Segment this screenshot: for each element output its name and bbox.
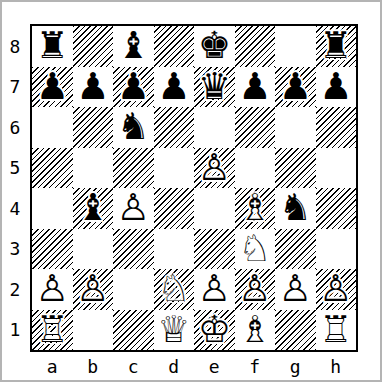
square-b7[interactable]: ♟ xyxy=(73,67,114,108)
square-h5[interactable] xyxy=(316,148,357,189)
square-e3[interactable] xyxy=(194,229,235,270)
square-d6[interactable] xyxy=(154,107,195,148)
piece-white-bishop-f1[interactable]: ♗ xyxy=(238,310,271,351)
square-h7[interactable]: ♟ xyxy=(316,67,357,108)
piece-black-pawn-d7[interactable]: ♟ xyxy=(157,67,190,108)
square-h4[interactable] xyxy=(316,188,357,229)
piece-white-pawn-g2[interactable]: ♙ xyxy=(279,269,312,310)
square-b5[interactable] xyxy=(73,148,114,189)
piece-white-pawn-e2[interactable]: ♙ xyxy=(198,269,231,310)
piece-white-pawn-f2[interactable]: ♙ xyxy=(238,269,271,310)
square-a2[interactable]: ♙ xyxy=(32,269,73,310)
file-label-f: f xyxy=(235,355,276,381)
square-f5[interactable] xyxy=(235,148,276,189)
square-c6[interactable]: ♞ xyxy=(113,107,154,148)
square-h1[interactable]: ♖ xyxy=(316,310,357,351)
square-d1[interactable]: ♕ xyxy=(154,310,195,351)
square-e1[interactable]: ♔ xyxy=(194,310,235,351)
square-g2[interactable]: ♙ xyxy=(275,269,316,310)
piece-black-knight-c6[interactable]: ♞ xyxy=(117,107,150,148)
square-b1[interactable] xyxy=(73,310,114,351)
square-d2[interactable]: ♘ xyxy=(154,269,195,310)
piece-black-pawn-b7[interactable]: ♟ xyxy=(76,67,109,108)
piece-black-king-e8[interactable]: ♚ xyxy=(198,26,231,67)
square-e8[interactable]: ♚ xyxy=(194,26,235,67)
square-d4[interactable] xyxy=(154,188,195,229)
square-g7[interactable]: ♟ xyxy=(275,67,316,108)
piece-black-pawn-c7[interactable]: ♟ xyxy=(117,67,150,108)
piece-black-pawn-f7[interactable]: ♟ xyxy=(238,67,271,108)
square-f6[interactable] xyxy=(235,107,276,148)
square-d7[interactable]: ♟ xyxy=(154,67,195,108)
rank-labels: 87654321 xyxy=(2,26,28,350)
square-f8[interactable] xyxy=(235,26,276,67)
square-b2[interactable]: ♙ xyxy=(73,269,114,310)
square-g4[interactable]: ♞ xyxy=(275,188,316,229)
chess-board: ♜♝♚♜♟♟♟♟♛♟♟♟♞♙♝♙♗♞♘♙♙♘♙♙♙♙♖♕♔♗♖ xyxy=(30,24,358,352)
piece-black-pawn-a7[interactable]: ♟ xyxy=(36,67,69,108)
piece-white-pawn-a2[interactable]: ♙ xyxy=(36,269,69,310)
square-g1[interactable] xyxy=(275,310,316,351)
piece-white-king-e1[interactable]: ♔ xyxy=(198,310,231,351)
square-b8[interactable] xyxy=(73,26,114,67)
square-a8[interactable]: ♜ xyxy=(32,26,73,67)
square-g3[interactable] xyxy=(275,229,316,270)
square-h3[interactable] xyxy=(316,229,357,270)
piece-white-pawn-c4[interactable]: ♙ xyxy=(117,188,150,229)
rank-label-7: 7 xyxy=(2,67,28,108)
piece-black-pawn-g7[interactable]: ♟ xyxy=(279,67,312,108)
square-c1[interactable] xyxy=(113,310,154,351)
square-f4[interactable]: ♗ xyxy=(235,188,276,229)
piece-white-knight-f3[interactable]: ♘ xyxy=(238,229,271,270)
file-label-d: d xyxy=(154,355,195,381)
square-g6[interactable] xyxy=(275,107,316,148)
piece-white-bishop-f4[interactable]: ♗ xyxy=(238,188,271,229)
square-c4[interactable]: ♙ xyxy=(113,188,154,229)
square-f2[interactable]: ♙ xyxy=(235,269,276,310)
file-label-c: c xyxy=(113,355,154,381)
square-h8[interactable]: ♜ xyxy=(316,26,357,67)
rank-label-2: 2 xyxy=(2,269,28,310)
piece-black-queen-e7[interactable]: ♛ xyxy=(198,67,231,108)
piece-black-pawn-h7[interactable]: ♟ xyxy=(319,67,352,108)
file-label-g: g xyxy=(275,355,316,381)
file-label-b: b xyxy=(73,355,114,381)
square-c3[interactable] xyxy=(113,229,154,270)
piece-white-rook-h1[interactable]: ♖ xyxy=(319,310,352,351)
square-a1[interactable]: ♖ xyxy=(32,310,73,351)
piece-white-pawn-b2[interactable]: ♙ xyxy=(76,269,109,310)
square-h2[interactable]: ♙ xyxy=(316,269,357,310)
rank-label-8: 8 xyxy=(2,26,28,67)
piece-black-bishop-c8[interactable]: ♝ xyxy=(117,26,150,67)
square-c8[interactable]: ♝ xyxy=(113,26,154,67)
file-labels: abcdefgh xyxy=(32,355,356,381)
square-g8[interactable] xyxy=(275,26,316,67)
square-e7[interactable]: ♛ xyxy=(194,67,235,108)
square-d8[interactable] xyxy=(154,26,195,67)
square-b3[interactable] xyxy=(73,229,114,270)
file-label-e: e xyxy=(194,355,235,381)
square-a6[interactable] xyxy=(32,107,73,148)
square-a5[interactable] xyxy=(32,148,73,189)
square-h6[interactable] xyxy=(316,107,357,148)
file-label-a: a xyxy=(32,355,73,381)
piece-white-pawn-e5[interactable]: ♙ xyxy=(198,148,231,189)
rank-label-4: 4 xyxy=(2,188,28,229)
square-g5[interactable] xyxy=(275,148,316,189)
square-d5[interactable] xyxy=(154,148,195,189)
piece-white-queen-d1[interactable]: ♕ xyxy=(157,310,190,351)
rank-label-3: 3 xyxy=(2,229,28,270)
square-f1[interactable]: ♗ xyxy=(235,310,276,351)
square-f7[interactable]: ♟ xyxy=(235,67,276,108)
square-a4[interactable] xyxy=(32,188,73,229)
file-label-h: h xyxy=(316,355,357,381)
piece-black-rook-h8[interactable]: ♜ xyxy=(319,26,352,67)
rank-label-1: 1 xyxy=(2,310,28,351)
piece-black-knight-g4[interactable]: ♞ xyxy=(279,188,312,229)
square-a7[interactable]: ♟ xyxy=(32,67,73,108)
square-e2[interactable]: ♙ xyxy=(194,269,235,310)
piece-black-rook-a8[interactable]: ♜ xyxy=(36,26,69,67)
square-c5[interactable] xyxy=(113,148,154,189)
rank-label-6: 6 xyxy=(2,107,28,148)
piece-white-knight-d2[interactable]: ♘ xyxy=(157,269,190,310)
square-f3[interactable]: ♘ xyxy=(235,229,276,270)
square-c2[interactable] xyxy=(113,269,154,310)
square-b4[interactable]: ♝ xyxy=(73,188,114,229)
piece-black-bishop-b4[interactable]: ♝ xyxy=(76,188,109,229)
piece-white-rook-a1[interactable]: ♖ xyxy=(36,310,69,351)
square-a3[interactable] xyxy=(32,229,73,270)
piece-white-pawn-h2[interactable]: ♙ xyxy=(319,269,352,310)
square-e6[interactable] xyxy=(194,107,235,148)
square-d3[interactable] xyxy=(154,229,195,270)
square-e5[interactable]: ♙ xyxy=(194,148,235,189)
square-b6[interactable] xyxy=(73,107,114,148)
chess-diagram: ♜♝♚♜♟♟♟♟♛♟♟♟♞♙♝♙♗♞♘♙♙♘♙♙♙♙♖♕♔♗♖ 87654321… xyxy=(0,0,382,382)
rank-label-5: 5 xyxy=(2,148,28,189)
square-e4[interactable] xyxy=(194,188,235,229)
square-c7[interactable]: ♟ xyxy=(113,67,154,108)
